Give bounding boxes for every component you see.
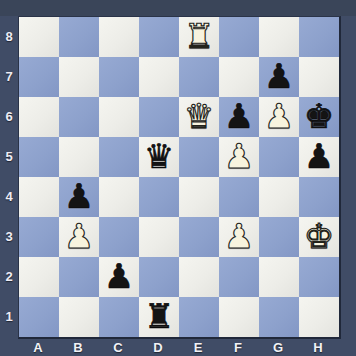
rank-label-7: 7 <box>0 56 18 96</box>
piece-black-p-c2[interactable]: ♟ <box>104 256 134 296</box>
file-label-h: H <box>298 338 338 356</box>
piece-black-p-f6[interactable]: ♟ <box>224 96 254 136</box>
file-labels: ABCDEFGH <box>18 338 338 356</box>
square-f1[interactable] <box>219 297 259 337</box>
square-b6[interactable] <box>59 97 99 137</box>
piece-white-p-g6[interactable]: ♟ <box>264 96 294 136</box>
file-label-a: A <box>18 338 58 356</box>
square-h6[interactable]: ♚ <box>299 97 339 137</box>
rank-label-3: 3 <box>0 216 18 256</box>
piece-black-p-g7[interactable]: ♟ <box>264 56 294 96</box>
square-c1[interactable] <box>99 297 139 337</box>
piece-black-p-h5[interactable]: ♟ <box>304 136 334 176</box>
piece-black-k-h6[interactable]: ♚ <box>304 96 334 136</box>
square-g1[interactable] <box>259 297 299 337</box>
square-g5[interactable] <box>259 137 299 177</box>
file-label-g: G <box>258 338 298 356</box>
square-b5[interactable] <box>59 137 99 177</box>
square-e2[interactable] <box>179 257 219 297</box>
piece-black-q-d5[interactable]: ♛ <box>144 136 174 176</box>
square-h4[interactable] <box>299 177 339 217</box>
square-f2[interactable] <box>219 257 259 297</box>
square-f8[interactable] <box>219 17 259 57</box>
square-c5[interactable] <box>99 137 139 177</box>
square-c6[interactable] <box>99 97 139 137</box>
file-label-c: C <box>98 338 138 356</box>
square-g7[interactable]: ♟ <box>259 57 299 97</box>
square-f5[interactable]: ♟ <box>219 137 259 177</box>
square-b1[interactable] <box>59 297 99 337</box>
square-d7[interactable] <box>139 57 179 97</box>
square-a6[interactable] <box>19 97 59 137</box>
square-h3[interactable]: ♚ <box>299 217 339 257</box>
square-g4[interactable] <box>259 177 299 217</box>
piece-black-r-d1[interactable]: ♜ <box>144 296 174 336</box>
square-f6[interactable]: ♟ <box>219 97 259 137</box>
square-d4[interactable] <box>139 177 179 217</box>
square-g6[interactable]: ♟ <box>259 97 299 137</box>
square-a1[interactable] <box>19 297 59 337</box>
square-e1[interactable] <box>179 297 219 337</box>
square-d2[interactable] <box>139 257 179 297</box>
square-c3[interactable] <box>99 217 139 257</box>
file-label-b: B <box>58 338 98 356</box>
chess-diagram: 87654321 ♜♟♛♟♟♚♛♟♟♟♟♟♚♟♜ ABCDEFGH <box>0 0 356 356</box>
square-e7[interactable] <box>179 57 219 97</box>
file-label-f: F <box>218 338 258 356</box>
rank-labels: 87654321 <box>0 16 18 336</box>
rank-label-6: 6 <box>0 96 18 136</box>
rank-label-1: 1 <box>0 296 18 336</box>
square-g3[interactable] <box>259 217 299 257</box>
square-h1[interactable] <box>299 297 339 337</box>
square-e5[interactable] <box>179 137 219 177</box>
square-d6[interactable] <box>139 97 179 137</box>
square-a8[interactable] <box>19 17 59 57</box>
rank-label-2: 2 <box>0 256 18 296</box>
square-f7[interactable] <box>219 57 259 97</box>
square-a3[interactable] <box>19 217 59 257</box>
piece-black-p-b4[interactable]: ♟ <box>64 176 94 216</box>
square-d8[interactable] <box>139 17 179 57</box>
square-c7[interactable] <box>99 57 139 97</box>
square-h7[interactable] <box>299 57 339 97</box>
square-a7[interactable] <box>19 57 59 97</box>
square-e4[interactable] <box>179 177 219 217</box>
piece-white-r-e8[interactable]: ♜ <box>184 16 214 56</box>
file-label-e: E <box>178 338 218 356</box>
square-b7[interactable] <box>59 57 99 97</box>
piece-white-q-e6[interactable]: ♛ <box>184 96 214 136</box>
rank-label-8: 8 <box>0 16 18 56</box>
square-h8[interactable] <box>299 17 339 57</box>
piece-white-k-h3[interactable]: ♚ <box>304 216 334 256</box>
square-f4[interactable] <box>219 177 259 217</box>
piece-white-p-b3[interactable]: ♟ <box>64 216 94 256</box>
rank-label-4: 4 <box>0 176 18 216</box>
square-e8[interactable]: ♜ <box>179 17 219 57</box>
square-b3[interactable]: ♟ <box>59 217 99 257</box>
square-d5[interactable]: ♛ <box>139 137 179 177</box>
square-g2[interactable] <box>259 257 299 297</box>
square-b2[interactable] <box>59 257 99 297</box>
square-c2[interactable]: ♟ <box>99 257 139 297</box>
square-e3[interactable] <box>179 217 219 257</box>
file-label-d: D <box>138 338 178 356</box>
square-d3[interactable] <box>139 217 179 257</box>
square-e6[interactable]: ♛ <box>179 97 219 137</box>
square-d1[interactable]: ♜ <box>139 297 179 337</box>
piece-white-p-f3[interactable]: ♟ <box>224 216 254 256</box>
square-a5[interactable] <box>19 137 59 177</box>
square-c8[interactable] <box>99 17 139 57</box>
square-a4[interactable] <box>19 177 59 217</box>
square-b8[interactable] <box>59 17 99 57</box>
square-h2[interactable] <box>299 257 339 297</box>
square-a2[interactable] <box>19 257 59 297</box>
square-b4[interactable]: ♟ <box>59 177 99 217</box>
square-h5[interactable]: ♟ <box>299 137 339 177</box>
square-g8[interactable] <box>259 17 299 57</box>
square-f3[interactable]: ♟ <box>219 217 259 257</box>
rank-label-5: 5 <box>0 136 18 176</box>
square-c4[interactable] <box>99 177 139 217</box>
chess-board: ♜♟♛♟♟♚♛♟♟♟♟♟♚♟♜ <box>18 16 341 339</box>
piece-white-p-f5[interactable]: ♟ <box>224 136 254 176</box>
